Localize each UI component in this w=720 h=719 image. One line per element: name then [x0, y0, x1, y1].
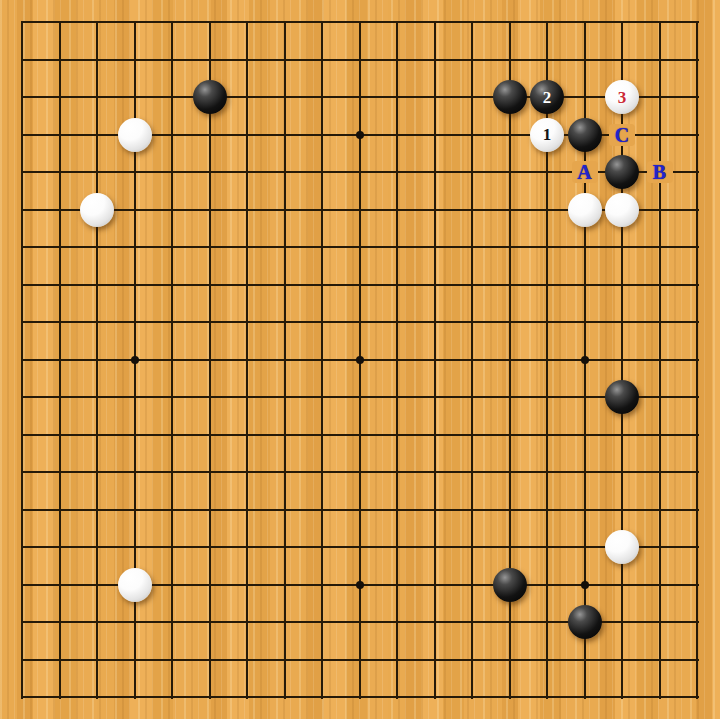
grid-line-vertical	[471, 21, 473, 699]
board-grid: 231ABC	[22, 22, 697, 697]
white-stone	[605, 530, 639, 564]
black-stone	[605, 380, 639, 414]
white-stone	[80, 193, 114, 227]
white-stone	[605, 193, 639, 227]
black-stone	[568, 605, 602, 639]
star-point	[581, 581, 589, 589]
label-A[interactable]: A	[572, 161, 598, 183]
star-point	[356, 581, 364, 589]
go-board[interactable]: 231ABC	[0, 0, 720, 719]
star-point	[356, 131, 364, 139]
label-C[interactable]: C	[609, 124, 635, 146]
grid-line-vertical	[696, 21, 698, 699]
grid-line-horizontal	[21, 509, 699, 511]
black-stone: 2	[530, 80, 564, 114]
move-number: 3	[605, 80, 639, 114]
black-stone	[493, 80, 527, 114]
grid-line-horizontal	[21, 659, 699, 661]
black-stone	[568, 118, 602, 152]
grid-line-vertical	[621, 21, 623, 699]
black-stone	[493, 568, 527, 602]
black-stone	[605, 155, 639, 189]
grid-line-horizontal	[21, 396, 699, 398]
star-point	[131, 356, 139, 364]
label-B[interactable]: B	[647, 161, 673, 183]
grid-line-vertical	[396, 21, 398, 699]
grid-line-horizontal	[21, 471, 699, 473]
grid-line-vertical	[434, 21, 436, 699]
grid-line-vertical	[659, 21, 661, 699]
grid-line-horizontal	[21, 546, 699, 548]
star-point	[581, 356, 589, 364]
white-stone: 3	[605, 80, 639, 114]
grid-line-horizontal	[21, 434, 699, 436]
black-stone	[193, 80, 227, 114]
white-stone	[568, 193, 602, 227]
move-number: 2	[530, 80, 564, 114]
white-stone	[118, 568, 152, 602]
grid-line-horizontal	[21, 696, 699, 698]
white-stone: 1	[530, 118, 564, 152]
white-stone	[118, 118, 152, 152]
move-number: 1	[530, 118, 564, 152]
star-point	[356, 356, 364, 364]
